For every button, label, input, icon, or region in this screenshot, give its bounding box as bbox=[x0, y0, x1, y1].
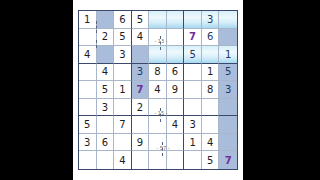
video-frame: 1653254764351438615517498332574336914457… bbox=[0, 0, 320, 180]
watermark-text-2: - 15 - bbox=[149, 112, 174, 117]
cell-r7c9[interactable] bbox=[219, 116, 237, 134]
cell-r1c1[interactable]: 1 bbox=[79, 11, 97, 29]
cell-r8c9[interactable] bbox=[219, 134, 237, 152]
cell-r1c9[interactable] bbox=[219, 11, 237, 29]
cell-r5c3[interactable]: 1 bbox=[114, 81, 132, 99]
puzzle-page: 1653254764351438615517498332574336914457 bbox=[73, 0, 243, 180]
cell-r4c2[interactable]: 4 bbox=[97, 64, 115, 82]
watermark-text-3: - 57 - bbox=[151, 147, 176, 152]
cell-r1c8[interactable]: 3 bbox=[202, 11, 220, 29]
cell-r4c3[interactable] bbox=[114, 64, 132, 82]
cell-r8c7[interactable]: 1 bbox=[184, 134, 202, 152]
cell-r8c2[interactable]: 6 bbox=[97, 134, 115, 152]
cell-r7c6[interactable]: 4 bbox=[167, 116, 185, 134]
cell-r6c8[interactable] bbox=[202, 99, 220, 117]
cell-r9c7[interactable] bbox=[184, 151, 202, 169]
cell-r7c4[interactable] bbox=[132, 116, 150, 134]
cell-r5c9[interactable]: 3 bbox=[219, 81, 237, 99]
cell-r8c4[interactable]: 9 bbox=[132, 134, 150, 152]
dashed-tick-3 bbox=[160, 36, 161, 50]
cell-r3c7[interactable]: 5 bbox=[184, 46, 202, 64]
cell-r9c4[interactable] bbox=[132, 151, 150, 169]
cell-r5c2[interactable]: 5 bbox=[97, 81, 115, 99]
cell-r3c9[interactable]: 1 bbox=[219, 46, 237, 64]
cell-r9c2[interactable] bbox=[97, 151, 115, 169]
dashed-tick-2 bbox=[96, 40, 97, 48]
cell-r4c4[interactable]: 3 bbox=[132, 64, 150, 82]
cell-r1c6[interactable] bbox=[167, 11, 185, 29]
dashed-tick-1 bbox=[96, 21, 97, 33]
cell-r6c4[interactable]: 2 bbox=[132, 99, 150, 117]
cell-r4c7[interactable] bbox=[184, 64, 202, 82]
dashed-tick-4 bbox=[160, 108, 161, 122]
cell-r5c6[interactable]: 9 bbox=[167, 81, 185, 99]
cell-r7c5[interactable] bbox=[149, 116, 167, 134]
cell-r3c5[interactable] bbox=[149, 46, 167, 64]
cell-r5c7[interactable] bbox=[184, 81, 202, 99]
cell-r3c6[interactable] bbox=[167, 46, 185, 64]
cell-r2c8[interactable]: 6 bbox=[202, 29, 220, 47]
cell-r9c5[interactable] bbox=[149, 151, 167, 169]
cell-r8c1[interactable]: 3 bbox=[79, 134, 97, 152]
cell-r5c8[interactable]: 8 bbox=[202, 81, 220, 99]
dashed-tick-5 bbox=[162, 142, 163, 156]
cell-r1c5[interactable] bbox=[149, 11, 167, 29]
cell-r6c3[interactable] bbox=[114, 99, 132, 117]
cell-r3c4[interactable] bbox=[132, 46, 150, 64]
cell-r1c7[interactable] bbox=[184, 11, 202, 29]
cell-r4c8[interactable]: 1 bbox=[202, 64, 220, 82]
cell-r2c1[interactable] bbox=[79, 29, 97, 47]
cell-r6c7[interactable] bbox=[184, 99, 202, 117]
cell-r4c9[interactable]: 5 bbox=[219, 64, 237, 82]
cell-r7c8[interactable] bbox=[202, 116, 220, 134]
cell-r9c9[interactable]: 7 bbox=[219, 151, 237, 169]
cell-r2c9[interactable] bbox=[219, 29, 237, 47]
cell-r3c2[interactable] bbox=[97, 46, 115, 64]
cell-r2c2[interactable]: 2 bbox=[97, 29, 115, 47]
cell-r8c8[interactable]: 4 bbox=[202, 134, 220, 152]
cell-r4c5[interactable]: 8 bbox=[149, 64, 167, 82]
cell-r3c8[interactable] bbox=[202, 46, 220, 64]
cell-r7c1[interactable]: 5 bbox=[79, 116, 97, 134]
cell-r5c1[interactable] bbox=[79, 81, 97, 99]
cell-r9c1[interactable] bbox=[79, 151, 97, 169]
cell-r9c3[interactable]: 4 bbox=[114, 151, 132, 169]
cell-r2c7[interactable]: 7 bbox=[184, 29, 202, 47]
cell-r5c4[interactable]: 7 bbox=[132, 81, 150, 99]
cell-r6c9[interactable] bbox=[219, 99, 237, 117]
cell-r2c3[interactable]: 5 bbox=[114, 29, 132, 47]
cell-r3c3[interactable]: 3 bbox=[114, 46, 132, 64]
cell-r1c4[interactable]: 5 bbox=[132, 11, 150, 29]
cell-r6c2[interactable]: 3 bbox=[97, 99, 115, 117]
cell-r8c3[interactable] bbox=[114, 134, 132, 152]
cell-r3c1[interactable]: 4 bbox=[79, 46, 97, 64]
cell-r6c1[interactable] bbox=[79, 99, 97, 117]
cell-r2c4[interactable]: 4 bbox=[132, 29, 150, 47]
cell-r4c6[interactable]: 6 bbox=[167, 64, 185, 82]
cell-r9c6[interactable] bbox=[167, 151, 185, 169]
watermark-text-1: - 13 - bbox=[149, 40, 174, 45]
cell-r4c1[interactable] bbox=[79, 64, 97, 82]
cell-r5c5[interactable]: 4 bbox=[149, 81, 167, 99]
cell-r1c3[interactable]: 6 bbox=[114, 11, 132, 29]
cell-r7c3[interactable]: 7 bbox=[114, 116, 132, 134]
cell-r7c2[interactable] bbox=[97, 116, 115, 134]
cell-r7c7[interactable]: 3 bbox=[184, 116, 202, 134]
cell-r1c2[interactable] bbox=[97, 11, 115, 29]
cell-r9c8[interactable]: 5 bbox=[202, 151, 220, 169]
